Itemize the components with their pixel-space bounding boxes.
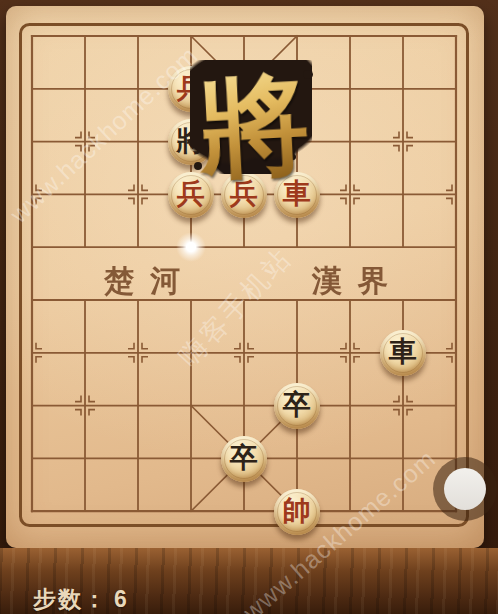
piece-black-chariot[interactable]: 車 (380, 330, 426, 376)
piece-character: 將 (177, 127, 205, 155)
piece-character: 兵 (230, 180, 258, 208)
assistive-touch-circle-icon (444, 468, 486, 510)
piece-red-soldier[interactable]: 兵 (221, 172, 267, 218)
piece-character: 兵 (177, 180, 205, 208)
piece-character: 兵 (177, 74, 205, 102)
piece-black-general[interactable]: 將 (168, 119, 214, 165)
step-counter-label: 步数： (33, 586, 108, 612)
pieces-layer: 兵將兵兵車車卒卒帥 (5, 10, 482, 538)
piece-red-chariot[interactable]: 車 (274, 172, 320, 218)
piece-red-general[interactable]: 帥 (274, 489, 320, 535)
piece-black-soldier[interactable]: 卒 (221, 436, 267, 482)
piece-red-soldier[interactable]: 兵 (168, 172, 214, 218)
step-counter-value: 6 (114, 586, 129, 612)
piece-character: 卒 (283, 391, 311, 419)
piece-red-soldier[interactable]: 兵 (168, 66, 214, 112)
piece-black-soldier[interactable]: 卒 (274, 383, 320, 429)
step-counter: 步数：6 (33, 584, 129, 614)
piece-character: 卒 (230, 444, 258, 472)
piece-character: 車 (389, 338, 417, 366)
piece-character: 帥 (283, 497, 311, 525)
floating-assistive-button[interactable] (433, 457, 497, 521)
piece-character: 車 (283, 180, 311, 208)
